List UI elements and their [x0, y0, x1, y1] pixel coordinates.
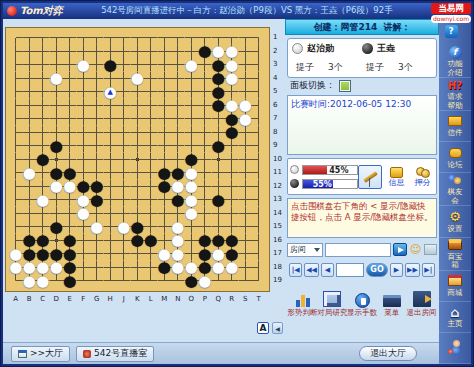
- chat-options-icon[interactable]: [424, 244, 437, 255]
- board-cell[interactable]: [50, 45, 64, 59]
- board-cell[interactable]: [158, 126, 172, 140]
- board-cell[interactable]: [185, 139, 199, 153]
- board-cell[interactable]: ●: [23, 234, 37, 248]
- board-cell[interactable]: ●: [63, 234, 77, 248]
- board-cell[interactable]: [117, 247, 131, 261]
- board-cell[interactable]: [77, 45, 91, 59]
- board-cell[interactable]: ●: [185, 166, 199, 180]
- board-cell[interactable]: [198, 58, 212, 72]
- board-cell[interactable]: [198, 126, 212, 140]
- board-cell[interactable]: [23, 85, 37, 99]
- board-cell[interactable]: [77, 31, 91, 45]
- board-cell[interactable]: [225, 220, 239, 234]
- board-cell[interactable]: [252, 85, 266, 99]
- board-cell[interactable]: [90, 45, 104, 59]
- board-cell[interactable]: [9, 112, 23, 126]
- board-cell[interactable]: [171, 112, 185, 126]
- board-cell[interactable]: [225, 166, 239, 180]
- board-cell[interactable]: [117, 126, 131, 140]
- board-cell[interactable]: [171, 31, 185, 45]
- board-cell[interactable]: [131, 45, 145, 59]
- tab-broadcast-room[interactable]: 542号直播室: [76, 346, 154, 362]
- board-cell[interactable]: [239, 45, 253, 59]
- board-cell[interactable]: ●: [198, 261, 212, 275]
- board-cell[interactable]: ●: [185, 207, 199, 221]
- board-cell[interactable]: ●: [50, 247, 64, 261]
- board-cell[interactable]: ●: [158, 261, 172, 275]
- board-cell[interactable]: ●: [50, 139, 64, 153]
- board-cell[interactable]: [185, 112, 199, 126]
- board-cell[interactable]: ●: [77, 207, 91, 221]
- board-cell[interactable]: [50, 58, 64, 72]
- board-cell[interactable]: [252, 220, 266, 234]
- board-cell[interactable]: [225, 153, 239, 167]
- board-cell[interactable]: ●: [212, 139, 226, 153]
- board-cell[interactable]: [36, 207, 50, 221]
- chat-input[interactable]: [325, 243, 391, 257]
- board-cell[interactable]: ●: [36, 247, 50, 261]
- board-cell[interactable]: [131, 139, 145, 153]
- board-cell[interactable]: [23, 220, 37, 234]
- board-cell[interactable]: [252, 166, 266, 180]
- board-cell[interactable]: ●: [185, 261, 199, 275]
- board-cell[interactable]: [198, 180, 212, 194]
- board-cell[interactable]: [239, 247, 253, 261]
- board-cell[interactable]: [144, 261, 158, 275]
- board-cell[interactable]: [90, 261, 104, 275]
- board-cell[interactable]: [144, 72, 158, 86]
- board-cell[interactable]: [212, 166, 226, 180]
- board-cell[interactable]: [9, 180, 23, 194]
- board-cell[interactable]: ●: [212, 58, 226, 72]
- board-cell[interactable]: ●: [50, 261, 64, 275]
- board-cell[interactable]: [198, 207, 212, 221]
- board-cell[interactable]: [104, 45, 118, 59]
- board-cell[interactable]: [239, 153, 253, 167]
- board-cell[interactable]: [144, 58, 158, 72]
- goban[interactable]: ●●●●●●●●●●●●●▲●●●●●●●●●●●●●●●●●●●●●●●●●●…: [5, 27, 270, 292]
- board-cell[interactable]: ●: [63, 247, 77, 261]
- sidebar-item-forum[interactable]: 论坛: [439, 142, 471, 173]
- board-cell[interactable]: [77, 166, 91, 180]
- board-cell[interactable]: ●: [50, 220, 64, 234]
- board-cell[interactable]: [117, 193, 131, 207]
- board-cell[interactable]: [90, 234, 104, 248]
- board-cell[interactable]: [50, 193, 64, 207]
- board-cell[interactable]: [23, 72, 37, 86]
- board-cell[interactable]: [9, 193, 23, 207]
- board-cell[interactable]: [9, 126, 23, 140]
- nav-first-button[interactable]: |◀: [289, 263, 302, 277]
- board-cell[interactable]: [239, 72, 253, 86]
- board-cell[interactable]: [144, 45, 158, 59]
- board-cell[interactable]: ●: [198, 234, 212, 248]
- board-cell[interactable]: [252, 274, 266, 288]
- coordinates-toggle-button[interactable]: A: [257, 322, 269, 334]
- board-cell[interactable]: [252, 234, 266, 248]
- board-cell[interactable]: [144, 220, 158, 234]
- board-cell[interactable]: [158, 274, 172, 288]
- board-cell[interactable]: [225, 139, 239, 153]
- board-cell[interactable]: [104, 99, 118, 113]
- board-cell[interactable]: [131, 58, 145, 72]
- board-cell[interactable]: ●: [9, 247, 23, 261]
- board-cell[interactable]: [117, 207, 131, 221]
- board-cell[interactable]: [171, 72, 185, 86]
- board-cell[interactable]: ●: [36, 274, 50, 288]
- sidebar-item-features[interactable]: f功能介绍: [439, 45, 471, 78]
- board-cell[interactable]: [158, 207, 172, 221]
- board-cell[interactable]: [63, 220, 77, 234]
- board-cell[interactable]: [117, 85, 131, 99]
- board-cell[interactable]: [9, 207, 23, 221]
- board-cell[interactable]: [212, 274, 226, 288]
- board-cell[interactable]: [36, 31, 50, 45]
- board-cell[interactable]: ●: [198, 247, 212, 261]
- board-cell[interactable]: [239, 180, 253, 194]
- board-cell[interactable]: [36, 85, 50, 99]
- board-cell[interactable]: ●: [225, 58, 239, 72]
- board-cell[interactable]: [158, 193, 172, 207]
- board-cell[interactable]: ●: [185, 153, 199, 167]
- board-cell[interactable]: [90, 153, 104, 167]
- board-cell[interactable]: ●: [212, 85, 226, 99]
- board-cell[interactable]: [104, 153, 118, 167]
- board-cell[interactable]: [77, 112, 91, 126]
- board-cell[interactable]: [252, 99, 266, 113]
- board-cell[interactable]: [23, 31, 37, 45]
- position-judgement-button[interactable]: 形势判断: [288, 282, 317, 318]
- game-research-button[interactable]: 对局研究: [318, 282, 347, 318]
- board-cell[interactable]: [117, 274, 131, 288]
- board-cell[interactable]: [63, 58, 77, 72]
- board-cell[interactable]: [77, 85, 91, 99]
- board-cell[interactable]: [144, 99, 158, 113]
- board-cell[interactable]: [63, 193, 77, 207]
- board-cell[interactable]: [36, 180, 50, 194]
- show-move-count-button[interactable]: 显示手数: [348, 282, 377, 318]
- board-cell[interactable]: [158, 72, 172, 86]
- board-cell[interactable]: [9, 99, 23, 113]
- board-cell[interactable]: [104, 139, 118, 153]
- board-cell[interactable]: [144, 139, 158, 153]
- board-cell[interactable]: [198, 153, 212, 167]
- board-cell[interactable]: ●: [36, 261, 50, 275]
- board-cell[interactable]: [131, 112, 145, 126]
- board-cell[interactable]: ●: [212, 261, 226, 275]
- board-cell[interactable]: [104, 261, 118, 275]
- board-cell[interactable]: [104, 247, 118, 261]
- board-cell[interactable]: [212, 126, 226, 140]
- board-cell[interactable]: [158, 45, 172, 59]
- board-cell[interactable]: [131, 126, 145, 140]
- board-cell[interactable]: ●: [36, 193, 50, 207]
- board-cell[interactable]: [144, 31, 158, 45]
- board-cell[interactable]: [225, 193, 239, 207]
- board-cell[interactable]: [104, 207, 118, 221]
- board-switch-icon[interactable]: [339, 80, 351, 92]
- board-cell[interactable]: [144, 207, 158, 221]
- board-cell[interactable]: [36, 99, 50, 113]
- board-cell[interactable]: [63, 112, 77, 126]
- board-cell[interactable]: [131, 180, 145, 194]
- board-cell[interactable]: [185, 247, 199, 261]
- board-cell[interactable]: [131, 85, 145, 99]
- board-cell[interactable]: ●: [36, 234, 50, 248]
- observe-telescope-icon[interactable]: [358, 165, 382, 189]
- board-cell[interactable]: [90, 72, 104, 86]
- exit-room-button[interactable]: 退出房间: [407, 282, 436, 318]
- board-cell[interactable]: [185, 31, 199, 45]
- board-cell[interactable]: [198, 99, 212, 113]
- board-cell[interactable]: ●: [90, 220, 104, 234]
- board-cell[interactable]: [144, 166, 158, 180]
- board-cell[interactable]: ●: [63, 180, 77, 194]
- board-cell[interactable]: [23, 153, 37, 167]
- board-cell[interactable]: [225, 85, 239, 99]
- board-cell[interactable]: [104, 126, 118, 140]
- board-cell[interactable]: [171, 274, 185, 288]
- nav-forward10-button[interactable]: ▶▶: [405, 263, 420, 277]
- board-cell[interactable]: [171, 58, 185, 72]
- board-cell[interactable]: [117, 261, 131, 275]
- board-cell[interactable]: ●: [50, 72, 64, 86]
- board-cell[interactable]: ●: [185, 180, 199, 194]
- board-cell[interactable]: [131, 193, 145, 207]
- board-cell[interactable]: [198, 72, 212, 86]
- chat-message-area[interactable]: 比赛时间:2012-06-05 12:30: [287, 95, 437, 155]
- board-cell[interactable]: [36, 72, 50, 86]
- sidebar-item-shop[interactable]: 商城: [439, 271, 471, 302]
- sidebar-item-treasure-box[interactable]: 百宝箱: [439, 238, 471, 271]
- board-cell[interactable]: [104, 180, 118, 194]
- board-cell[interactable]: [90, 99, 104, 113]
- board-cell[interactable]: [185, 234, 199, 248]
- exit-lobby-button[interactable]: 退出大厅: [359, 346, 417, 361]
- board-cell[interactable]: ●: [131, 234, 145, 248]
- info-button[interactable]: 信息: [385, 167, 408, 187]
- board-cell[interactable]: ●: [225, 126, 239, 140]
- board-cell[interactable]: [212, 180, 226, 194]
- board-cell[interactable]: ●: [131, 72, 145, 86]
- board-cell[interactable]: [63, 31, 77, 45]
- board-cell[interactable]: [144, 274, 158, 288]
- board-cell[interactable]: ●: [158, 180, 172, 194]
- board-cell[interactable]: [117, 234, 131, 248]
- board-cell[interactable]: [23, 193, 37, 207]
- board-cell[interactable]: [131, 207, 145, 221]
- sidebar-item-homepage[interactable]: ⌂主页: [439, 302, 471, 333]
- board-cell[interactable]: ●: [212, 99, 226, 113]
- board-cell[interactable]: [239, 139, 253, 153]
- board-cell[interactable]: ●: [9, 261, 23, 275]
- board-cell[interactable]: [131, 166, 145, 180]
- board-cell[interactable]: [252, 58, 266, 72]
- board-cell[interactable]: [239, 85, 253, 99]
- board-cell[interactable]: [185, 72, 199, 86]
- board-cell[interactable]: ●: [90, 180, 104, 194]
- board-cell[interactable]: ●: [171, 247, 185, 261]
- board-cell[interactable]: ●: [77, 58, 91, 72]
- board-cell[interactable]: ●: [90, 193, 104, 207]
- board-cell[interactable]: [104, 234, 118, 248]
- board-cell[interactable]: ●▲: [104, 85, 118, 99]
- board-cell[interactable]: ●: [212, 234, 226, 248]
- bet-points-button[interactable]: 押分: [411, 167, 434, 187]
- board-cell[interactable]: [252, 153, 266, 167]
- board-cell[interactable]: [252, 207, 266, 221]
- board-cell[interactable]: [239, 207, 253, 221]
- board-cell[interactable]: ●: [23, 166, 37, 180]
- board-cell[interactable]: [117, 58, 131, 72]
- board-cell[interactable]: ●: [212, 72, 226, 86]
- room-dropdown[interactable]: 房间: [287, 243, 323, 257]
- board-cell[interactable]: [36, 112, 50, 126]
- sidebar-item-club[interactable]: 棋友会: [439, 173, 471, 206]
- board-cell[interactable]: [23, 207, 37, 221]
- board-cell[interactable]: [239, 166, 253, 180]
- board-cell[interactable]: ●: [171, 261, 185, 275]
- board-cell[interactable]: ●: [225, 261, 239, 275]
- board-cell[interactable]: [63, 72, 77, 86]
- nav-go-button[interactable]: GO: [366, 263, 388, 277]
- board-cell[interactable]: [9, 31, 23, 45]
- board-cell[interactable]: [131, 153, 145, 167]
- board-cell[interactable]: ●: [117, 220, 131, 234]
- board-cell[interactable]: [36, 45, 50, 59]
- board-cell[interactable]: [9, 220, 23, 234]
- board-cell[interactable]: [63, 99, 77, 113]
- board-cell[interactable]: [63, 126, 77, 140]
- board-cell[interactable]: ●: [77, 180, 91, 194]
- board-cell[interactable]: [144, 247, 158, 261]
- board-cell[interactable]: [171, 45, 185, 59]
- board-cell[interactable]: [117, 180, 131, 194]
- board-cell[interactable]: ●: [171, 193, 185, 207]
- board-cell[interactable]: [198, 31, 212, 45]
- board-cell[interactable]: [158, 139, 172, 153]
- board-cell[interactable]: [104, 72, 118, 86]
- board-cell[interactable]: [171, 126, 185, 140]
- board-cell[interactable]: [198, 112, 212, 126]
- board-cell[interactable]: [158, 153, 172, 167]
- board-cell[interactable]: [131, 99, 145, 113]
- board-cell[interactable]: [212, 207, 226, 221]
- board-cell[interactable]: [77, 99, 91, 113]
- nav-last-button[interactable]: ▶|: [422, 263, 435, 277]
- board-cell[interactable]: ●: [198, 274, 212, 288]
- board-cell[interactable]: [131, 274, 145, 288]
- board-cell[interactable]: [9, 85, 23, 99]
- board-cell[interactable]: [90, 58, 104, 72]
- board-cell[interactable]: [212, 220, 226, 234]
- board-cell[interactable]: [90, 247, 104, 261]
- board-cell[interactable]: ●: [212, 247, 226, 261]
- board-cell[interactable]: [198, 166, 212, 180]
- board-cell[interactable]: [36, 139, 50, 153]
- board-cell[interactable]: [117, 153, 131, 167]
- board-cell[interactable]: [90, 207, 104, 221]
- board-cell[interactable]: [185, 99, 199, 113]
- board-cell[interactable]: [23, 180, 37, 194]
- board-cell[interactable]: [9, 58, 23, 72]
- board-cell[interactable]: ●: [185, 274, 199, 288]
- board-cell[interactable]: ●: [63, 274, 77, 288]
- board-cell[interactable]: ●: [225, 247, 239, 261]
- board-cell[interactable]: ●: [239, 99, 253, 113]
- board-cell[interactable]: [23, 139, 37, 153]
- board-cell[interactable]: [50, 112, 64, 126]
- board-cell[interactable]: [252, 126, 266, 140]
- board-cell[interactable]: [212, 31, 226, 45]
- board-cell[interactable]: [104, 166, 118, 180]
- board-cell[interactable]: ●: [171, 220, 185, 234]
- board-cell[interactable]: [117, 166, 131, 180]
- board-cell[interactable]: [225, 207, 239, 221]
- board-cell[interactable]: [23, 126, 37, 140]
- board-cell[interactable]: [77, 261, 91, 275]
- board-cell[interactable]: [185, 85, 199, 99]
- board-cell[interactable]: [23, 45, 37, 59]
- board-cell[interactable]: [158, 220, 172, 234]
- board-cell[interactable]: [239, 193, 253, 207]
- nav-back-button[interactable]: ◀: [321, 263, 334, 277]
- board-cell[interactable]: [50, 274, 64, 288]
- board-cell[interactable]: [252, 72, 266, 86]
- board-cell[interactable]: [9, 139, 23, 153]
- board-cell[interactable]: [90, 85, 104, 99]
- board-cell[interactable]: ●: [225, 112, 239, 126]
- board-cell[interactable]: [104, 193, 118, 207]
- board-cell[interactable]: [117, 99, 131, 113]
- board-cell[interactable]: [50, 31, 64, 45]
- sidebar-item-mail[interactable]: 信件: [439, 111, 471, 142]
- board-cell[interactable]: [185, 220, 199, 234]
- board-cell[interactable]: [252, 31, 266, 45]
- menu-button[interactable]: 菜单: [377, 282, 406, 318]
- board-cell[interactable]: [90, 166, 104, 180]
- board-cell[interactable]: [36, 126, 50, 140]
- board-cell[interactable]: [77, 274, 91, 288]
- board-cell[interactable]: [144, 85, 158, 99]
- board-cell[interactable]: [9, 153, 23, 167]
- board-cell[interactable]: [77, 72, 91, 86]
- board-cell[interactable]: ●: [185, 193, 199, 207]
- board-cell[interactable]: [158, 112, 172, 126]
- board-cell[interactable]: [90, 112, 104, 126]
- board-cell[interactable]: [239, 126, 253, 140]
- board-cell[interactable]: [117, 45, 131, 59]
- board-cell[interactable]: [198, 220, 212, 234]
- send-icon[interactable]: [393, 243, 407, 256]
- board-cell[interactable]: [144, 193, 158, 207]
- board-cell[interactable]: [117, 112, 131, 126]
- board-cell[interactable]: [185, 45, 199, 59]
- board-cell[interactable]: [104, 31, 118, 45]
- board-cell[interactable]: ●: [158, 166, 172, 180]
- board-cell[interactable]: [63, 85, 77, 99]
- board-cell[interactable]: [144, 180, 158, 194]
- board-cell[interactable]: [239, 58, 253, 72]
- board-cell[interactable]: ●: [185, 58, 199, 72]
- board-cell[interactable]: ●: [50, 166, 64, 180]
- board-cell[interactable]: [171, 207, 185, 221]
- board-cell[interactable]: ●: [225, 45, 239, 59]
- board-cell[interactable]: [252, 261, 266, 275]
- board-cell[interactable]: [212, 153, 226, 167]
- nav-back10-button[interactable]: ◀◀: [304, 263, 319, 277]
- board-cell[interactable]: ●: [171, 234, 185, 248]
